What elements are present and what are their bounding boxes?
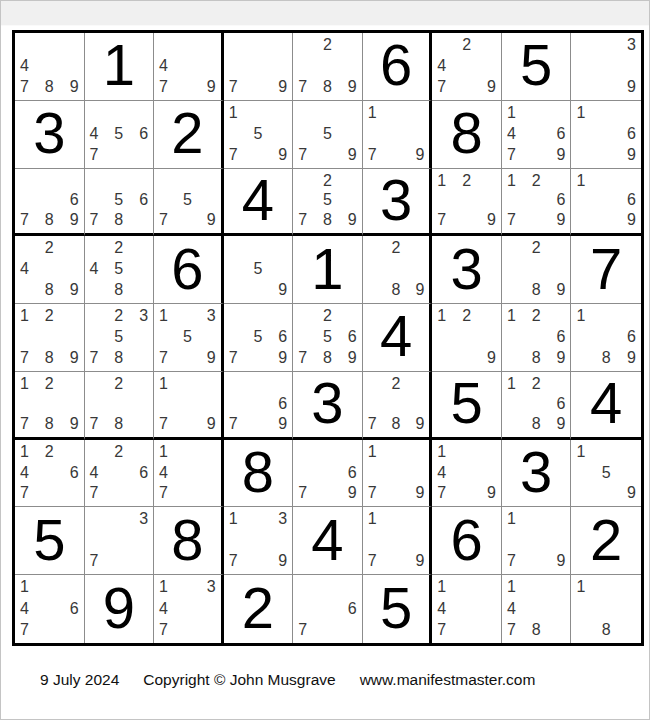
pencil-slot-7: 7 [229,143,249,162]
pencil-slot-8: 8 [526,279,546,298]
pencil-slot-3 [546,376,566,395]
pencil-slot-1 [507,240,527,259]
pencil-slot-7: 7 [368,143,387,162]
cell-r7c4: 8 [224,440,294,508]
pencil-slot-3: 3 [129,308,149,327]
pencil-slot-7: 7 [20,76,40,95]
pencil-slot-2 [109,105,129,124]
pencil-slot-7: 7 [20,482,40,501]
pencil-slot-1: 1 [437,308,457,327]
pencil-slot-2 [387,105,406,124]
pencil-marks: 289 [363,236,430,303]
pencil-slot-3 [129,105,149,124]
pencil-slot-7: 7 [507,550,527,569]
pencil-marks: 14679 [502,101,571,168]
pencil-slot-2: 2 [387,240,406,259]
cell-r8c6: 179 [363,507,433,575]
pencil-slot-5: 5 [109,191,129,210]
pencil-slot-8 [248,550,268,569]
cell-r2c4: 1579 [224,101,294,169]
pencil-slot-6: 6 [59,463,79,482]
pencil-slot-8: 8 [387,279,406,298]
cell-r4c5: 1 [293,236,363,304]
pencil-slot-4: 4 [437,56,457,75]
cell-r2c2: 4567 [85,101,155,169]
pencil-slot-1: 1 [229,511,249,530]
cell-r6c7: 5 [432,372,502,440]
pencil-slot-3 [197,444,216,463]
sudoku-board: 4789147979278962479539345672157957917981… [12,30,644,646]
pencil-slot-6: 6 [337,463,357,482]
pencil-slot-9: 9 [337,482,357,501]
pencil-slot-3 [546,173,566,192]
pencil-slot-2 [457,579,477,599]
pencil-slot-5 [40,599,60,619]
pencil-marks: 4567 [85,101,154,168]
pencil-slot-5 [596,124,616,143]
pencil-slot-9 [129,143,149,162]
pencil-slot-4 [159,191,178,210]
pencil-slot-4: 4 [20,56,40,75]
pencil-slot-4 [576,191,596,210]
pencil-slot-5 [596,327,616,346]
pencil-slot-1: 1 [437,173,457,192]
pencil-slot-9: 9 [337,76,357,95]
pencil-slot-1: 1 [159,376,178,395]
pencil-slot-4 [576,327,596,346]
pencil-slot-3 [59,444,79,463]
pencil-slot-6 [197,463,216,482]
pencil-slot-4 [298,191,318,210]
pencil-slot-3 [59,240,79,259]
cell-r2c8: 14679 [502,101,572,169]
pencil-slot-1: 1 [576,308,596,327]
cell-r5c9: 1689 [571,304,641,372]
pencil-slot-5: 5 [596,463,616,482]
pencil-marks: 39 [571,33,641,100]
pencil-slot-5 [109,394,129,413]
pencil-slot-1 [298,308,318,327]
pencil-slot-4 [20,394,40,413]
pencil-marks: 579 [154,169,221,234]
pencil-slot-3 [405,105,424,124]
pencil-slot-6: 6 [268,327,288,346]
cell-r7c7: 1479 [432,440,502,508]
pencil-slot-6: 6 [616,124,636,143]
pencil-marks: 479 [154,33,221,100]
pencil-marks: 1689 [571,304,641,371]
pencil-slot-2 [248,376,268,395]
pencil-slot-4: 4 [90,124,110,143]
pencil-slot-7 [507,279,527,298]
cell-r8c8: 179 [502,507,572,575]
pencil-slot-2: 2 [40,376,60,395]
pencil-slot-6 [337,56,357,75]
pencil-slot-4: 4 [159,463,178,482]
pencil-slot-1: 1 [576,173,596,192]
pencil-slot-3 [546,308,566,327]
pencil-slot-9: 9 [546,143,566,162]
pencil-slot-6 [405,260,424,279]
pencil-slot-1 [576,37,596,56]
pencil-slot-4 [20,327,40,346]
cell-r3c8: 12679 [502,169,572,237]
cell-r6c2: 278 [85,372,155,440]
pencil-slot-6 [405,463,424,482]
pencil-slot-5 [40,191,60,210]
pencil-slot-8: 8 [596,347,616,366]
pencil-slot-6 [476,56,496,75]
pencil-marks: 13579 [154,304,221,371]
pencil-slot-6: 6 [546,327,566,346]
pencil-marks: 6789 [15,169,84,234]
pencil-slot-3 [616,444,636,463]
pencil-slot-8 [526,210,546,229]
pencil-slot-3 [616,308,636,327]
pencil-slot-2: 2 [318,173,338,192]
pencil-slot-8 [178,618,197,638]
pencil-slot-4: 4 [507,599,527,619]
pencil-marks: 147 [154,440,221,507]
given-digit: 6 [171,240,203,298]
pencil-slot-4 [298,327,318,346]
pencil-slot-1 [90,173,110,192]
cell-r3c3: 579 [154,169,224,237]
pencil-slot-5 [40,260,60,279]
pencil-slot-7: 7 [159,413,178,432]
pencil-slot-9: 9 [476,76,496,95]
pencil-slot-4 [229,394,249,413]
given-digit: 5 [33,511,65,569]
pencil-slot-6: 6 [129,124,149,143]
pencil-slot-4: 4 [20,463,40,482]
pencil-slot-9: 9 [546,550,566,569]
pencil-slot-1 [298,579,318,599]
pencil-slot-7 [576,347,596,366]
page-header-strip [1,1,649,26]
pencil-slot-2 [178,376,197,395]
pencil-slot-2: 2 [109,376,129,395]
pencil-slot-1 [90,376,110,395]
pencil-slot-1 [229,376,249,395]
pencil-slot-1: 1 [507,105,527,124]
pencil-slot-3 [337,37,357,56]
pencil-slot-7 [507,347,527,366]
cell-r7c1: 12467 [15,440,85,508]
pencil-slot-2 [248,308,268,327]
pencil-slot-2: 2 [40,240,60,259]
cell-r5c1: 12789 [15,304,85,372]
pencil-slot-3 [476,37,496,56]
pencil-marks: 2479 [432,33,501,100]
pencil-slot-7: 7 [229,550,249,569]
pencil-slot-4 [507,531,527,550]
pencil-slot-3 [59,37,79,56]
pencil-slot-3 [268,376,288,395]
cell-r8c2: 37 [85,507,155,575]
pencil-slot-7: 7 [229,76,249,95]
cell-r7c6: 179 [363,440,433,508]
pencil-slot-6 [546,599,566,619]
pencil-slot-4 [229,124,249,143]
cell-r4c2: 2458 [85,236,155,304]
pencil-slot-1 [298,105,318,124]
pencil-slot-5: 5 [248,260,268,279]
pencil-slot-5 [40,463,60,482]
pencil-slot-5 [526,531,546,550]
pencil-slot-2 [40,173,60,192]
pencil-slot-1 [368,376,387,395]
pencil-slot-8: 8 [40,279,60,298]
cell-r2c3: 2 [154,101,224,169]
pencil-marks: 179 [363,507,430,574]
pencil-slot-1: 1 [368,105,387,124]
pencil-slot-8 [596,76,616,95]
pencil-slot-7 [576,143,596,162]
pencil-marks: 2467 [85,440,154,507]
cell-r7c2: 2467 [85,440,155,508]
pencil-slot-6: 6 [268,394,288,413]
pencil-slot-6 [476,327,496,346]
pencil-slot-1: 1 [507,579,527,599]
cell-r4c3: 6 [154,236,224,304]
pencil-slot-3 [616,173,636,192]
pencil-slot-7: 7 [368,482,387,501]
pencil-slot-2 [178,308,197,327]
pencil-slot-3 [268,37,288,56]
pencil-slot-8 [109,482,129,501]
cell-r6c5: 3 [293,372,363,440]
cell-r3c1: 6789 [15,169,85,237]
pencil-slot-2 [178,37,197,56]
pencil-slot-5 [596,56,616,75]
pencil-slot-4: 4 [159,56,178,75]
pencil-slot-5: 5 [248,124,268,143]
given-digit: 5 [520,36,552,94]
pencil-slot-4 [437,327,457,346]
pencil-slot-6: 6 [616,327,636,346]
pencil-slot-4 [90,327,110,346]
pencil-slot-1: 1 [20,376,40,395]
pencil-slot-5 [526,260,546,279]
pencil-slot-6: 6 [546,191,566,210]
cell-r5c7: 129 [432,304,502,372]
pencil-slot-2: 2 [109,308,129,327]
footer-website: www.manifestmaster.com [360,671,536,689]
pencil-slot-9: 9 [59,347,79,366]
pencil-slot-9: 9 [405,279,424,298]
pencil-slot-9: 9 [405,482,424,501]
cell-r1c7: 2479 [432,33,502,101]
pencil-slot-7 [576,618,596,638]
pencil-slot-2 [387,511,406,530]
pencil-slot-1 [90,240,110,259]
pencil-slot-5 [526,124,546,143]
cell-r9c3: 1347 [154,575,224,643]
pencil-slot-6 [546,260,566,279]
pencil-slot-9: 9 [197,76,216,95]
pencil-slot-8: 8 [318,347,338,366]
pencil-slot-8 [178,210,197,229]
pencil-slot-7: 7 [20,618,40,638]
pencil-slot-5: 5 [318,191,338,210]
pencil-slot-8 [457,618,477,638]
pencil-slot-6: 6 [546,124,566,143]
pencil-slot-2 [596,173,616,192]
pencil-slot-7: 7 [90,143,110,162]
cell-r5c2: 23578 [85,304,155,372]
pencil-slot-9 [616,618,636,638]
pencil-slot-5 [457,327,477,346]
pencil-slot-9 [129,482,149,501]
pencil-slot-7: 7 [159,618,178,638]
pencil-slot-5 [596,191,616,210]
pencil-slot-3: 3 [616,37,636,56]
pencil-slot-5 [178,56,197,75]
pencil-slot-2 [387,444,406,463]
pencil-slot-5 [40,394,60,413]
pencil-slot-3 [405,376,424,395]
cell-r3c4: 4 [224,169,294,237]
pencil-slot-7: 7 [437,210,457,229]
pencil-slot-3: 3 [197,579,216,599]
pencil-slot-7 [576,482,596,501]
pencil-slot-8 [596,210,616,229]
pencil-slot-5 [387,260,406,279]
pencil-marks: 12689 [502,372,571,437]
pencil-slot-7: 7 [298,210,318,229]
pencil-slot-1 [90,511,110,530]
pencil-marks: 79 [224,33,293,100]
pencil-slot-4 [576,56,596,75]
pencil-marks: 12467 [15,440,84,507]
pencil-slot-9 [197,482,216,501]
pencil-slot-3 [337,308,357,327]
pencil-slot-9: 9 [616,143,636,162]
pencil-slot-3 [197,376,216,395]
pencil-slot-8 [318,482,338,501]
cell-r1c3: 479 [154,33,224,101]
pencil-slot-1 [159,173,178,192]
pencil-slot-5: 5 [178,191,197,210]
pencil-slot-2 [318,579,338,599]
pencil-slot-6 [197,599,216,619]
cell-r2c9: 169 [571,101,641,169]
given-digit: 1 [311,240,343,298]
cell-r1c1: 4789 [15,33,85,101]
pencil-slot-2 [318,444,338,463]
pencil-slot-4: 4 [90,260,110,279]
pencil-slot-5 [387,463,406,482]
pencil-slot-5 [457,463,477,482]
pencil-slot-1: 1 [576,579,596,599]
pencil-slot-2: 2 [109,444,129,463]
pencil-slot-8: 8 [109,210,129,229]
pencil-slot-8 [40,482,60,501]
cell-r5c6: 4 [363,304,433,372]
cell-r8c3: 8 [154,507,224,575]
pencil-slot-8: 8 [318,210,338,229]
pencil-slot-9: 9 [616,482,636,501]
pencil-slot-6: 6 [129,463,149,482]
pencil-slot-6: 6 [59,191,79,210]
footer-date: 9 July 2024 [40,671,119,689]
pencil-slot-8 [248,413,268,432]
pencil-slot-2: 2 [40,308,60,327]
pencil-slot-2 [596,105,616,124]
pencil-slot-9: 9 [546,210,566,229]
pencil-slot-4 [507,327,527,346]
pencil-slot-5 [526,599,546,619]
cell-r8c4: 1379 [224,507,294,575]
pencil-slot-2 [40,579,60,599]
cell-r9c1: 1467 [15,575,85,643]
pencil-slot-4: 4 [159,599,178,619]
given-digit: 7 [590,240,622,298]
given-digit: 2 [242,579,274,637]
pencil-slot-8: 8 [40,76,60,95]
pencil-slot-3 [337,444,357,463]
pencil-slot-3: 3 [268,511,288,530]
pencil-slot-8: 8 [109,347,129,366]
cell-r5c4: 5679 [224,304,294,372]
given-digit: 6 [380,36,412,94]
pencil-slot-7: 7 [229,413,249,432]
sudoku-page: { "game": "sudoku", "position": ".1...6.… [0,0,650,720]
pencil-slot-2 [178,173,197,192]
pencil-slot-7 [576,76,596,95]
pencil-marks: 179 [502,507,571,574]
pencil-slot-4 [298,56,318,75]
footer: 9 July 2024 Copyright © John Musgrave ww… [40,671,535,689]
pencil-marks: 679 [293,440,362,507]
pencil-slot-9 [59,618,79,638]
pencil-marks: 5679 [224,304,293,371]
pencil-slot-9: 9 [616,210,636,229]
pencil-slot-5 [248,531,268,550]
pencil-slot-8: 8 [526,413,546,432]
pencil-slot-2 [526,511,546,530]
pencil-slot-3 [546,240,566,259]
pencil-marks: 256789 [293,304,362,371]
pencil-slot-5 [387,531,406,550]
pencil-marks: 12679 [502,169,571,234]
pencil-marks: 12789 [15,372,84,437]
cell-r1c5: 2789 [293,33,363,101]
cell-r8c1: 5 [15,507,85,575]
pencil-slot-1 [298,37,318,56]
given-digit: 5 [380,579,412,637]
pencil-slot-2 [248,37,268,56]
pencil-slot-4 [368,394,387,413]
pencil-marks: 67 [293,575,362,643]
pencil-marks: 2458 [85,236,154,303]
cell-r6c1: 12789 [15,372,85,440]
given-digit: 8 [242,443,274,501]
pencil-slot-4 [576,124,596,143]
pencil-slot-1 [20,240,40,259]
pencil-slot-2: 2 [387,376,406,395]
pencil-marks: 2789 [293,33,362,100]
pencil-slot-6 [129,327,149,346]
pencil-slot-7: 7 [437,76,457,95]
pencil-marks: 169 [571,101,641,168]
given-digit: 5 [450,374,482,432]
pencil-slot-1 [20,173,40,192]
pencil-marks: 5678 [85,169,154,234]
pencil-slot-5 [318,599,338,619]
given-digit: 4 [380,307,412,365]
